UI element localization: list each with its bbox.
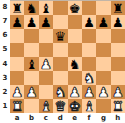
square-d4[interactable] bbox=[53, 57, 67, 71]
square-d5[interactable] bbox=[53, 43, 67, 57]
square-d1[interactable]: ♛ bbox=[53, 99, 67, 113]
rank-labels: 8 7 6 5 4 3 2 1 bbox=[0, 0, 10, 113]
black-knight-icon: ♞ bbox=[26, 1, 38, 14]
white-pawn-icon: ♟ bbox=[98, 85, 110, 98]
square-g4[interactable] bbox=[96, 57, 110, 71]
square-a4[interactable] bbox=[10, 57, 24, 71]
white-bishop-icon: ♝ bbox=[40, 99, 52, 112]
square-d6[interactable]: ♛ bbox=[53, 29, 67, 43]
chess-diagram: 8 7 6 5 4 3 2 1 ♜♞♝♚♜♟♟♟♟♟♟♛♝♟♞♞♟♟♞♟♟♟♟♜… bbox=[0, 0, 125, 123]
square-a2[interactable]: ♟ bbox=[10, 85, 24, 99]
file-label-f: f bbox=[82, 113, 96, 123]
square-h5[interactable] bbox=[111, 43, 125, 57]
square-f2[interactable]: ♟ bbox=[82, 85, 96, 99]
white-knight-icon: ♞ bbox=[83, 71, 95, 84]
square-d2[interactable]: ♞ bbox=[53, 85, 67, 99]
black-pawn-icon: ♟ bbox=[11, 15, 23, 28]
square-g1[interactable] bbox=[96, 99, 110, 113]
square-c3[interactable] bbox=[39, 71, 53, 85]
square-c2[interactable] bbox=[39, 85, 53, 99]
square-h3[interactable] bbox=[111, 71, 125, 85]
square-f5[interactable] bbox=[82, 43, 96, 57]
square-b5[interactable] bbox=[24, 43, 38, 57]
file-label-c: c bbox=[39, 113, 53, 123]
file-label-d: d bbox=[53, 113, 67, 123]
square-c4[interactable]: ♟ bbox=[39, 57, 53, 71]
square-f7[interactable]: ♟ bbox=[82, 15, 96, 29]
square-c5[interactable] bbox=[39, 43, 53, 57]
square-g7[interactable]: ♟ bbox=[96, 15, 110, 29]
square-h8[interactable]: ♜ bbox=[111, 1, 125, 15]
black-knight-icon: ♞ bbox=[69, 57, 81, 70]
square-e5[interactable] bbox=[68, 43, 82, 57]
square-g2[interactable]: ♟ bbox=[96, 85, 110, 99]
square-h7[interactable]: ♟ bbox=[111, 15, 125, 29]
black-king-icon: ♚ bbox=[69, 1, 81, 14]
black-pawn-icon: ♟ bbox=[40, 15, 52, 28]
white-pawn-icon: ♟ bbox=[40, 57, 52, 70]
black-pawn-icon: ♟ bbox=[26, 15, 38, 28]
rank-label-6: 6 bbox=[0, 28, 10, 42]
square-c7[interactable]: ♟ bbox=[39, 15, 53, 29]
square-e4[interactable]: ♞ bbox=[68, 57, 82, 71]
square-f6[interactable] bbox=[82, 29, 96, 43]
square-c1[interactable]: ♝ bbox=[39, 99, 53, 113]
square-g6[interactable] bbox=[96, 29, 110, 43]
square-g3[interactable] bbox=[96, 71, 110, 85]
square-f3[interactable]: ♞ bbox=[82, 71, 96, 85]
square-e1[interactable]: ♚ bbox=[68, 99, 82, 113]
square-b2[interactable]: ♟ bbox=[24, 85, 38, 99]
square-e7[interactable] bbox=[68, 15, 82, 29]
square-b1[interactable] bbox=[24, 99, 38, 113]
square-g8[interactable] bbox=[96, 1, 110, 15]
square-f1[interactable]: ♝ bbox=[82, 99, 96, 113]
square-h2[interactable]: ♟ bbox=[111, 85, 125, 99]
black-pawn-icon: ♟ bbox=[112, 15, 124, 28]
white-pawn-icon: ♟ bbox=[69, 85, 81, 98]
white-pawn-icon: ♟ bbox=[11, 85, 23, 98]
square-h6[interactable] bbox=[111, 29, 125, 43]
square-a1[interactable]: ♜ bbox=[10, 99, 24, 113]
square-d7[interactable] bbox=[53, 15, 67, 29]
white-knight-icon: ♞ bbox=[54, 85, 66, 98]
square-e2[interactable]: ♟ bbox=[68, 85, 82, 99]
square-h1[interactable]: ♜ bbox=[111, 99, 125, 113]
square-b6[interactable] bbox=[24, 29, 38, 43]
square-f4[interactable] bbox=[82, 57, 96, 71]
white-king-icon: ♚ bbox=[69, 99, 81, 112]
black-bishop-icon: ♝ bbox=[26, 57, 38, 70]
white-rook-icon: ♜ bbox=[112, 99, 124, 112]
file-label-a: a bbox=[10, 113, 24, 123]
rank-label-4: 4 bbox=[0, 57, 10, 71]
black-pawn-icon: ♟ bbox=[98, 15, 110, 28]
square-a3[interactable] bbox=[10, 71, 24, 85]
white-pawn-icon: ♟ bbox=[112, 85, 124, 98]
white-bishop-icon: ♝ bbox=[83, 99, 95, 112]
square-d3[interactable] bbox=[53, 71, 67, 85]
rank-label-2: 2 bbox=[0, 85, 10, 99]
rank-label-3: 3 bbox=[0, 71, 10, 85]
file-label-e: e bbox=[68, 113, 82, 123]
square-c6[interactable] bbox=[39, 29, 53, 43]
white-rook-icon: ♜ bbox=[11, 99, 23, 112]
square-e6[interactable] bbox=[68, 29, 82, 43]
square-g5[interactable] bbox=[96, 43, 110, 57]
black-pawn-icon: ♟ bbox=[83, 15, 95, 28]
square-e3[interactable] bbox=[68, 71, 82, 85]
file-label-g: g bbox=[96, 113, 110, 123]
rank-label-5: 5 bbox=[0, 42, 10, 56]
square-b8[interactable]: ♞ bbox=[24, 1, 38, 15]
square-a6[interactable] bbox=[10, 29, 24, 43]
square-b4[interactable]: ♝ bbox=[24, 57, 38, 71]
square-b3[interactable] bbox=[24, 71, 38, 85]
square-a7[interactable]: ♟ bbox=[10, 15, 24, 29]
black-rook-icon: ♜ bbox=[112, 1, 124, 14]
square-e8[interactable]: ♚ bbox=[68, 1, 82, 15]
chess-board: ♜♞♝♚♜♟♟♟♟♟♟♛♝♟♞♞♟♟♞♟♟♟♟♜♝♛♚♝♜ bbox=[10, 0, 125, 113]
white-queen-icon: ♛ bbox=[54, 99, 66, 112]
file-label-h: h bbox=[111, 113, 125, 123]
white-pawn-icon: ♟ bbox=[83, 85, 95, 98]
square-a5[interactable] bbox=[10, 43, 24, 57]
rank-label-8: 8 bbox=[0, 0, 10, 14]
square-d8[interactable] bbox=[53, 1, 67, 15]
rank-label-1: 1 bbox=[0, 99, 10, 113]
square-f8[interactable] bbox=[82, 1, 96, 15]
square-a8[interactable]: ♜ bbox=[10, 1, 24, 15]
board-corner-spacer bbox=[0, 113, 10, 123]
square-c8[interactable]: ♝ bbox=[39, 1, 53, 15]
square-h4[interactable] bbox=[111, 57, 125, 71]
rank-label-7: 7 bbox=[0, 14, 10, 28]
black-queen-icon: ♛ bbox=[54, 29, 66, 42]
white-pawn-icon: ♟ bbox=[26, 85, 38, 98]
file-label-b: b bbox=[24, 113, 38, 123]
file-labels: a b c d e f g h bbox=[10, 113, 125, 123]
black-bishop-icon: ♝ bbox=[40, 1, 52, 14]
black-rook-icon: ♜ bbox=[11, 1, 23, 14]
square-b7[interactable]: ♟ bbox=[24, 15, 38, 29]
